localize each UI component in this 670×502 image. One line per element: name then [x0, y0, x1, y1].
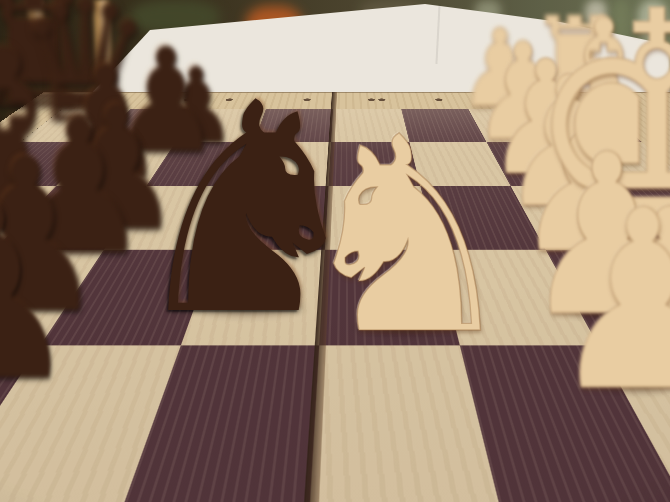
board-scene: [0, 0, 670, 502]
chess-photo-canvas: ♞♞♟♟♟♟♟♟♜♛♝♟♟♟♟♟♟♟♟♜♝♚♟: [0, 0, 670, 502]
hinge-dot-1: [225, 98, 234, 101]
hinge-dot-3: [368, 98, 376, 101]
hinge-dot-6: [519, 98, 528, 101]
board-fold-seam: [332, 0, 559, 92]
board-hinge-strip: [17, 92, 670, 110]
hinge-dot-0: [183, 98, 192, 101]
square-r1c4: [329, 142, 420, 186]
hinge-dot-5: [435, 98, 443, 101]
chess-board: [0, 0, 670, 92]
square-r2c4: [325, 186, 435, 249]
square-r1c3: [237, 142, 331, 186]
hinge-dot-2: [303, 98, 311, 101]
hinge-dot-4: [378, 98, 386, 101]
square-r0c4: [331, 109, 409, 142]
square-r0c3: [253, 109, 333, 142]
